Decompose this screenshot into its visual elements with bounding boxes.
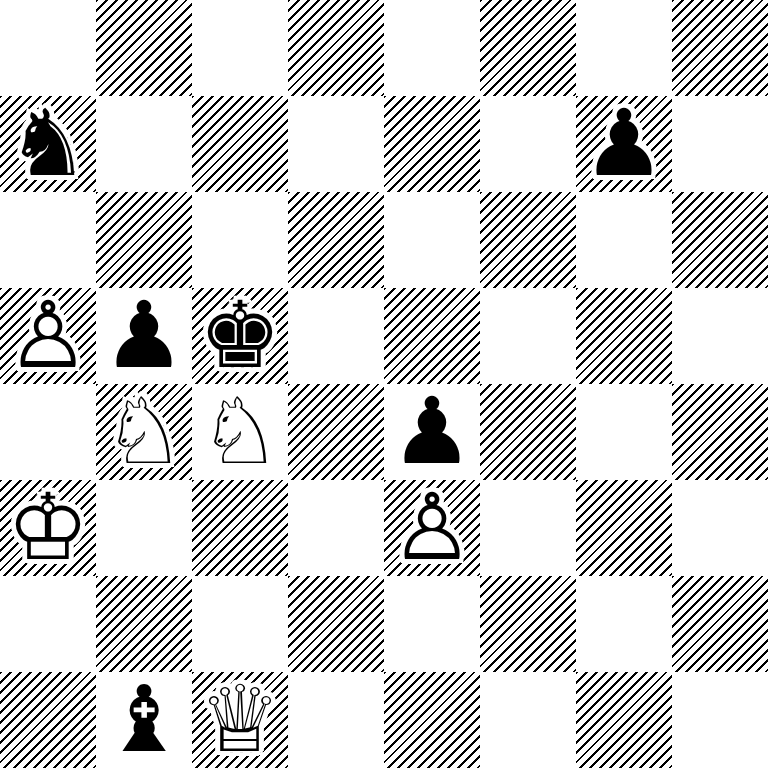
white-queen-piece[interactable]: ♛♕ xyxy=(192,672,288,768)
square-c4[interactable]: ♞♘ xyxy=(192,384,288,480)
square-h1[interactable] xyxy=(672,672,768,768)
white-knight-piece[interactable]: ♞♘ xyxy=(96,384,192,480)
square-d8[interactable] xyxy=(288,0,384,96)
white-piece-outline: ♘ xyxy=(192,384,288,480)
white-king-piece[interactable]: ♚♔ xyxy=(0,480,96,576)
square-g6[interactable] xyxy=(576,192,672,288)
square-e3[interactable]: ♟♙ xyxy=(384,480,480,576)
square-g8[interactable] xyxy=(576,0,672,96)
square-d3[interactable] xyxy=(288,480,384,576)
square-b5[interactable]: ♟ xyxy=(96,288,192,384)
square-f4[interactable] xyxy=(480,384,576,480)
square-d1[interactable] xyxy=(288,672,384,768)
black-king-piece[interactable]: ♚ xyxy=(192,288,288,384)
black-pawn-piece[interactable]: ♟ xyxy=(384,384,480,480)
square-c6[interactable] xyxy=(192,192,288,288)
square-g4[interactable] xyxy=(576,384,672,480)
white-piece-outline: ♘ xyxy=(96,384,192,480)
square-f6[interactable] xyxy=(480,192,576,288)
square-e8[interactable] xyxy=(384,0,480,96)
square-f7[interactable] xyxy=(480,96,576,192)
square-g5[interactable] xyxy=(576,288,672,384)
square-d6[interactable] xyxy=(288,192,384,288)
white-pawn-piece[interactable]: ♟♙ xyxy=(0,288,96,384)
square-f8[interactable] xyxy=(480,0,576,96)
white-pawn-piece[interactable]: ♟♙ xyxy=(384,480,480,576)
black-pawn-piece[interactable]: ♟ xyxy=(96,288,192,384)
square-a3[interactable]: ♚♔ xyxy=(0,480,96,576)
white-piece-outline: ♙ xyxy=(0,288,96,384)
square-c8[interactable] xyxy=(192,0,288,96)
black-knight-piece[interactable]: ♞ xyxy=(0,96,96,192)
square-b7[interactable] xyxy=(96,96,192,192)
square-b3[interactable] xyxy=(96,480,192,576)
square-a5[interactable]: ♟♙ xyxy=(0,288,96,384)
square-f3[interactable] xyxy=(480,480,576,576)
white-piece-outline: ♕ xyxy=(192,672,288,768)
square-g2[interactable] xyxy=(576,576,672,672)
square-f1[interactable] xyxy=(480,672,576,768)
square-a6[interactable] xyxy=(0,192,96,288)
square-b2[interactable] xyxy=(96,576,192,672)
square-f2[interactable] xyxy=(480,576,576,672)
square-g3[interactable] xyxy=(576,480,672,576)
square-a1[interactable] xyxy=(0,672,96,768)
square-b6[interactable] xyxy=(96,192,192,288)
square-e7[interactable] xyxy=(384,96,480,192)
square-c7[interactable] xyxy=(192,96,288,192)
square-e2[interactable] xyxy=(384,576,480,672)
square-h3[interactable] xyxy=(672,480,768,576)
square-h5[interactable] xyxy=(672,288,768,384)
square-h2[interactable] xyxy=(672,576,768,672)
square-h6[interactable] xyxy=(672,192,768,288)
square-e5[interactable] xyxy=(384,288,480,384)
square-h8[interactable] xyxy=(672,0,768,96)
black-pawn-piece[interactable]: ♟ xyxy=(576,96,672,192)
black-bishop-piece[interactable]: ♝ xyxy=(96,672,192,768)
square-e6[interactable] xyxy=(384,192,480,288)
square-d7[interactable] xyxy=(288,96,384,192)
square-a7[interactable]: ♞ xyxy=(0,96,96,192)
square-c1[interactable]: ♛♕ xyxy=(192,672,288,768)
square-h4[interactable] xyxy=(672,384,768,480)
square-a2[interactable] xyxy=(0,576,96,672)
white-knight-piece[interactable]: ♞♘ xyxy=(192,384,288,480)
white-piece-outline: ♔ xyxy=(0,480,96,576)
square-g1[interactable] xyxy=(576,672,672,768)
square-e4[interactable]: ♟ xyxy=(384,384,480,480)
square-g7[interactable]: ♟ xyxy=(576,96,672,192)
square-d2[interactable] xyxy=(288,576,384,672)
square-a8[interactable] xyxy=(0,0,96,96)
square-c3[interactable] xyxy=(192,480,288,576)
square-a4[interactable] xyxy=(0,384,96,480)
square-b1[interactable]: ♝ xyxy=(96,672,192,768)
square-c5[interactable]: ♚ xyxy=(192,288,288,384)
square-b8[interactable] xyxy=(96,0,192,96)
square-h7[interactable] xyxy=(672,96,768,192)
square-c2[interactable] xyxy=(192,576,288,672)
square-d4[interactable] xyxy=(288,384,384,480)
square-b4[interactable]: ♞♘ xyxy=(96,384,192,480)
square-e1[interactable] xyxy=(384,672,480,768)
square-f5[interactable] xyxy=(480,288,576,384)
square-d5[interactable] xyxy=(288,288,384,384)
chess-board: ♞♟♟♙♟♚♞♘♞♘♟♚♔♟♙♝♛♕ xyxy=(0,0,768,768)
white-piece-outline: ♙ xyxy=(384,480,480,576)
